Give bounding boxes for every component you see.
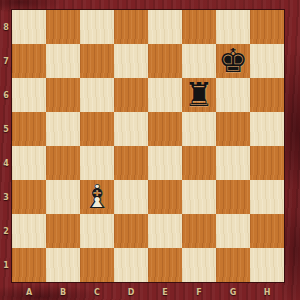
square-d4[interactable]	[114, 146, 148, 180]
square-b6[interactable]	[46, 78, 80, 112]
square-f8[interactable]	[182, 10, 216, 44]
square-g6[interactable]	[216, 78, 250, 112]
square-h3[interactable]	[250, 180, 284, 214]
square-d6[interactable]	[114, 78, 148, 112]
square-e3[interactable]	[148, 180, 182, 214]
rank-label-8: 8	[0, 10, 12, 44]
file-label-f: F	[182, 284, 216, 300]
square-h7[interactable]	[250, 44, 284, 78]
file-label-b: B	[46, 284, 80, 300]
rank-label-5: 5	[0, 112, 12, 146]
square-a2[interactable]	[12, 214, 46, 248]
square-f4[interactable]	[182, 146, 216, 180]
square-g8[interactable]	[216, 10, 250, 44]
square-a8[interactable]	[12, 10, 46, 44]
rank-label-6: 6	[0, 78, 12, 112]
file-label-g: G	[216, 284, 250, 300]
rank-label-7: 7	[0, 44, 12, 78]
square-a7[interactable]	[12, 44, 46, 78]
rank-label-4: 4	[0, 146, 12, 180]
square-g5[interactable]	[216, 112, 250, 146]
square-h8[interactable]	[250, 10, 284, 44]
square-g4[interactable]	[216, 146, 250, 180]
square-a6[interactable]	[12, 78, 46, 112]
square-d3[interactable]	[114, 180, 148, 214]
square-d1[interactable]	[114, 248, 148, 282]
chess-board: ♚♜♝♗	[12, 10, 284, 282]
white-bishop-glyph: ♝	[80, 180, 114, 214]
square-c7[interactable]	[80, 44, 114, 78]
square-a4[interactable]	[12, 146, 46, 180]
square-b7[interactable]	[46, 44, 80, 78]
file-label-a: A	[12, 284, 46, 300]
black-king[interactable]: ♚	[216, 44, 250, 78]
square-c2[interactable]	[80, 214, 114, 248]
square-h6[interactable]	[250, 78, 284, 112]
square-f6[interactable]: ♜	[182, 78, 216, 112]
square-f3[interactable]	[182, 180, 216, 214]
square-f5[interactable]	[182, 112, 216, 146]
square-c3[interactable]: ♝♗	[80, 180, 114, 214]
square-d5[interactable]	[114, 112, 148, 146]
file-label-e: E	[148, 284, 182, 300]
square-g1[interactable]	[216, 248, 250, 282]
file-label-c: C	[80, 284, 114, 300]
square-d7[interactable]	[114, 44, 148, 78]
square-h2[interactable]	[250, 214, 284, 248]
square-b2[interactable]	[46, 214, 80, 248]
square-d2[interactable]	[114, 214, 148, 248]
rank-label-3: 3	[0, 180, 12, 214]
square-a1[interactable]	[12, 248, 46, 282]
square-e4[interactable]	[148, 146, 182, 180]
file-labels: ABCDEFGH	[12, 284, 284, 300]
square-e5[interactable]	[148, 112, 182, 146]
square-c5[interactable]	[80, 112, 114, 146]
black-rook-glyph: ♜	[182, 78, 216, 112]
white-bishop-outline: ♗	[80, 180, 114, 214]
square-h1[interactable]	[250, 248, 284, 282]
square-c4[interactable]	[80, 146, 114, 180]
square-h5[interactable]	[250, 112, 284, 146]
square-e8[interactable]	[148, 10, 182, 44]
square-e7[interactable]	[148, 44, 182, 78]
square-e1[interactable]	[148, 248, 182, 282]
white-bishop[interactable]: ♝♗	[80, 180, 114, 214]
square-f7[interactable]	[182, 44, 216, 78]
square-g2[interactable]	[216, 214, 250, 248]
square-c1[interactable]	[80, 248, 114, 282]
square-c6[interactable]	[80, 78, 114, 112]
square-b4[interactable]	[46, 146, 80, 180]
file-label-h: H	[250, 284, 284, 300]
square-f2[interactable]	[182, 214, 216, 248]
square-b3[interactable]	[46, 180, 80, 214]
square-e2[interactable]	[148, 214, 182, 248]
square-g7[interactable]: ♚	[216, 44, 250, 78]
square-a3[interactable]	[12, 180, 46, 214]
square-f1[interactable]	[182, 248, 216, 282]
square-d8[interactable]	[114, 10, 148, 44]
square-h4[interactable]	[250, 146, 284, 180]
square-g3[interactable]	[216, 180, 250, 214]
square-b5[interactable]	[46, 112, 80, 146]
black-rook[interactable]: ♜	[182, 78, 216, 112]
square-b1[interactable]	[46, 248, 80, 282]
square-c8[interactable]	[80, 10, 114, 44]
chessboard-frame: 87654321 ♚♜♝♗ ABCDEFGH	[0, 0, 300, 300]
black-king-glyph: ♚	[216, 44, 250, 78]
rank-label-2: 2	[0, 214, 12, 248]
rank-labels: 87654321	[0, 10, 12, 282]
square-a5[interactable]	[12, 112, 46, 146]
square-b8[interactable]	[46, 10, 80, 44]
rank-label-1: 1	[0, 248, 12, 282]
file-label-d: D	[114, 284, 148, 300]
square-e6[interactable]	[148, 78, 182, 112]
